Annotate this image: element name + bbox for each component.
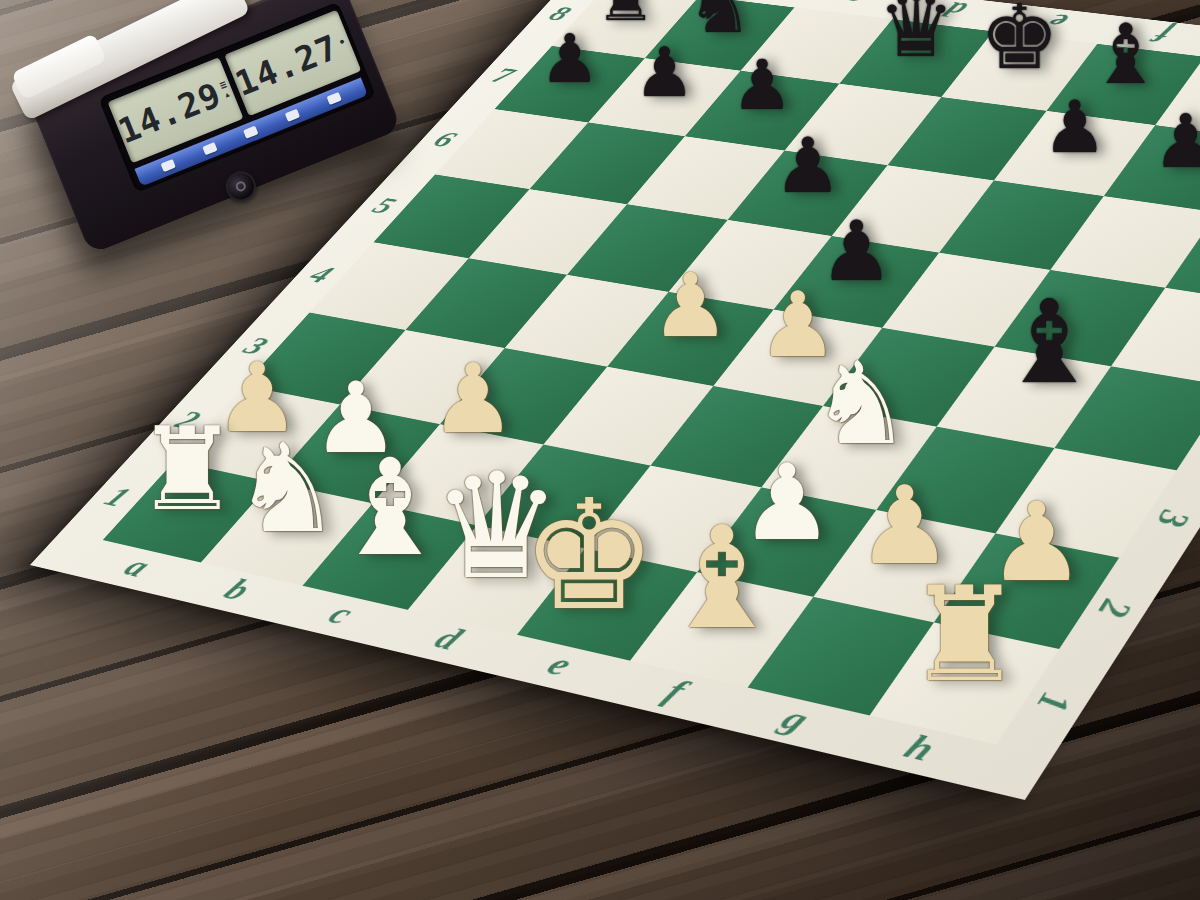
clock-button-2[interactable] [202, 142, 217, 155]
file-label-top-f: f [1131, 21, 1193, 49]
file-label-top-d: d [925, 0, 985, 24]
clock-button-3[interactable] [243, 125, 258, 138]
right-display-indicators: • [338, 36, 351, 49]
file-label-top-e: e [1026, 9, 1087, 36]
clock-button-1[interactable] [160, 159, 175, 172]
photo-scene: 11aa22bb33cc44dd55ee66ff77gg88hh ♜♞♛♚♝♞♜… [0, 0, 1200, 900]
file-label-top-c: c [826, 0, 885, 12]
clock-button-5[interactable] [327, 92, 342, 105]
clock-button-4[interactable] [285, 109, 300, 122]
